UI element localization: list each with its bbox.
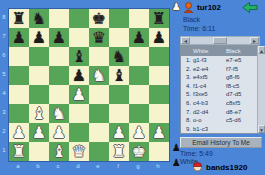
file-label-c: c: [48, 161, 68, 171]
piece-white-queen[interactable]: ♛: [69, 142, 89, 161]
square-d8[interactable]: [69, 9, 89, 28]
square-b7[interactable]: ♟: [29, 28, 49, 47]
rank-label-7: 7: [0, 27, 8, 46]
scroll-up-icon[interactable]: ▲: [258, 46, 265, 54]
rank-label-8: 8: [0, 8, 8, 27]
white-move-cell[interactable]: d2-d4: [191, 108, 224, 117]
square-c6[interactable]: [49, 47, 69, 66]
move-number: 1.: [181, 56, 191, 65]
black-move-cell[interactable]: g8-f6: [224, 73, 257, 82]
piece-white-pawn[interactable]: ♟: [9, 123, 29, 142]
black-move-cell[interactable]: c5-d6: [224, 116, 257, 125]
piece-black-pawn[interactable]: ♟: [69, 66, 89, 85]
move-row[interactable]: 6.c4-b3c8xf5: [181, 99, 257, 108]
rank-label-4: 4: [0, 84, 8, 103]
move-row[interactable]: 1.g1-f3e7-e5: [181, 56, 257, 65]
square-g4[interactable]: [129, 85, 149, 104]
square-h1[interactable]: [149, 142, 169, 161]
square-c7[interactable]: ♟: [49, 28, 69, 47]
move-row[interactable]: 9.b1-c3: [181, 125, 257, 133]
file-label-b: b: [28, 161, 48, 171]
white-move-cell[interactable]: f3xe5: [191, 90, 224, 99]
white-move-cell[interactable]: e4xf5: [191, 73, 224, 82]
piece-white-pawn[interactable]: ♟: [129, 123, 149, 142]
piece-white-knight[interactable]: ♞: [49, 104, 69, 123]
square-b2[interactable]: ♟: [29, 123, 49, 142]
player-top-name: tur102: [197, 3, 221, 12]
captured-white-pawn-icon: ♟: [172, 1, 181, 12]
square-f5[interactable]: ♝: [109, 66, 129, 85]
moves-list[interactable]: 1.g1-f3e7-e52.e2-e4f7-f53.e4xf5g8-f64.f1…: [181, 56, 257, 133]
square-g2[interactable]: ♟: [129, 123, 149, 142]
square-a5[interactable]: [9, 66, 29, 85]
move-number: 6.: [181, 99, 191, 108]
move-number: 9.: [181, 125, 191, 133]
white-move-cell[interactable]: b1-c3: [191, 125, 224, 133]
square-e1[interactable]: [89, 142, 109, 161]
square-c1[interactable]: ♝: [49, 142, 69, 161]
move-row[interactable]: 8.o-oc5-d6: [181, 116, 257, 125]
move-row[interactable]: 7.d2-d4d8-e7: [181, 108, 257, 117]
player-top-color-label: Black: [183, 16, 200, 23]
square-g7[interactable]: ♟: [129, 28, 149, 47]
black-move-cell[interactable]: f7-f5: [224, 65, 257, 74]
square-d4[interactable]: ♟: [69, 85, 89, 104]
square-a2[interactable]: ♟: [9, 123, 29, 142]
square-b8[interactable]: ♞: [29, 9, 49, 28]
email-history-button[interactable]: Email History To Me: [180, 137, 262, 148]
scroll-right-icon[interactable]: ►: [250, 37, 259, 44]
square-f4[interactable]: [109, 85, 129, 104]
square-h8[interactable]: ♜: [149, 9, 169, 28]
board-file-labels: abcdefgh: [8, 161, 168, 171]
move-row[interactable]: 5.f3xe5d7-d5: [181, 90, 257, 99]
square-e2[interactable]: [89, 123, 109, 142]
rank-label-2: 2: [0, 122, 8, 141]
scroll-left-icon[interactable]: ◄: [181, 37, 190, 44]
square-a7[interactable]: ♟: [9, 28, 29, 47]
piece-white-bishop[interactable]: ♝: [29, 104, 49, 123]
square-b3[interactable]: ♝: [29, 104, 49, 123]
piece-white-bishop[interactable]: ♝: [49, 142, 69, 161]
white-move-cell[interactable]: o-o: [191, 116, 224, 125]
chess-board: 87654321 ♜♞♚♜♟♟♟♛♟♟♝♞♟♞♝♟♝♞♟♟♟♟♟♟♜♝♛♜♚ a…: [0, 0, 170, 175]
square-b1[interactable]: [29, 142, 49, 161]
piece-white-pawn[interactable]: ♟: [149, 123, 169, 142]
piece-black-rook[interactable]: ♜: [9, 9, 29, 28]
file-label-e: e: [88, 161, 108, 171]
white-move-cell[interactable]: g1-f3: [191, 56, 224, 65]
square-c8[interactable]: [49, 9, 69, 28]
white-move-cell[interactable]: e2-e4: [191, 65, 224, 74]
captured-black-pawn-icon: ♟: [172, 142, 181, 153]
square-e8[interactable]: ♚: [89, 9, 109, 28]
square-h3[interactable]: [149, 104, 169, 123]
square-d6[interactable]: ♝: [69, 47, 89, 66]
file-label-g: g: [128, 161, 148, 171]
square-d3[interactable]: [69, 104, 89, 123]
move-number: 2.: [181, 65, 191, 74]
black-move-cell[interactable]: c8xf5: [224, 99, 257, 108]
black-move-cell[interactable]: e7-e5: [224, 56, 257, 65]
square-f1[interactable]: ♜: [109, 142, 129, 161]
move-number: 3.: [181, 73, 191, 82]
player-top: tur102: [183, 2, 221, 13]
piece-black-pawn[interactable]: ♟: [9, 28, 29, 47]
square-c3[interactable]: ♞: [49, 104, 69, 123]
piece-white-knight[interactable]: ♞: [89, 66, 109, 85]
square-f8[interactable]: [109, 9, 129, 28]
square-b5[interactable]: [29, 66, 49, 85]
captured-black-pawn-icon: ♟: [172, 157, 181, 168]
black-move-cell[interactable]: d8-e7: [224, 108, 257, 117]
square-g3[interactable]: [129, 104, 149, 123]
move-row[interactable]: 2.e2-e4f7-f5: [181, 65, 257, 74]
piece-black-pawn[interactable]: ♟: [29, 28, 49, 47]
square-e5[interactable]: ♞: [89, 66, 109, 85]
square-e7[interactable]: ♛: [89, 28, 109, 47]
square-c5[interactable]: [49, 66, 69, 85]
piece-white-pawn[interactable]: ♟: [69, 85, 89, 104]
square-h4[interactable]: [149, 85, 169, 104]
black-move-cell[interactable]: d7-d5: [224, 90, 257, 99]
piece-black-knight[interactable]: ♞: [109, 47, 129, 66]
square-d5[interactable]: ♟: [69, 66, 89, 85]
move-number: 4.: [181, 82, 191, 91]
player-bottom-time: Time: 5:49: [180, 150, 213, 157]
piece-black-queen[interactable]: ♛: [89, 28, 109, 47]
square-b6[interactable]: [29, 47, 49, 66]
moves-table: White Black 1.g1-f3e7-e52.e2-e4f7-f53.e4…: [180, 45, 260, 134]
file-label-h: h: [148, 161, 168, 171]
square-f3[interactable]: [109, 104, 129, 123]
piece-white-rook[interactable]: ♜: [9, 142, 29, 161]
scroll-down-icon[interactable]: ▼: [258, 125, 265, 133]
move-row[interactable]: 3.e4xf5g8-f6: [181, 73, 257, 82]
moves-vscrollbar[interactable]: ▲ ▼: [257, 46, 265, 133]
square-f7[interactable]: [109, 28, 129, 47]
player-bottom-name: bands1920: [206, 163, 247, 172]
piece-white-king[interactable]: ♚: [129, 142, 149, 161]
piece-black-king[interactable]: ♚: [89, 9, 109, 28]
square-h6[interactable]: [149, 47, 169, 66]
board-squares: ♜♞♚♜♟♟♟♛♟♟♝♞♟♞♝♟♝♞♟♟♟♟♟♟♜♝♛♜♚: [8, 8, 170, 162]
square-a8[interactable]: ♜: [9, 9, 29, 28]
piece-black-bishop[interactable]: ♝: [109, 66, 129, 85]
square-e6[interactable]: [89, 47, 109, 66]
square-g1[interactable]: ♚: [129, 142, 149, 161]
square-d2[interactable]: [69, 123, 89, 142]
square-c2[interactable]: ♟: [49, 123, 69, 142]
piece-black-pawn[interactable]: ♟: [149, 28, 169, 47]
piece-white-rook[interactable]: ♜: [109, 142, 129, 161]
square-e4[interactable]: [89, 85, 109, 104]
board-rank-labels: 87654321: [0, 8, 8, 160]
square-d1[interactable]: ♛: [69, 142, 89, 161]
turn-arrow-icon[interactable]: [242, 2, 258, 13]
rank-label-1: 1: [0, 141, 8, 160]
move-row[interactable]: 4.f1-c4f8-c5: [181, 82, 257, 91]
move-number: 5.: [181, 90, 191, 99]
square-e3[interactable]: [89, 104, 109, 123]
square-g8[interactable]: [129, 9, 149, 28]
col-header-white: White: [191, 46, 224, 56]
file-label-a: a: [8, 161, 28, 171]
square-c4[interactable]: [49, 85, 69, 104]
piece-black-pawn[interactable]: ♟: [49, 28, 69, 47]
square-h5[interactable]: [149, 66, 169, 85]
move-number: 8.: [181, 116, 191, 125]
move-number: 7.: [181, 108, 191, 117]
square-h7[interactable]: ♟: [149, 28, 169, 47]
player-bottom: bands1920: [192, 162, 247, 173]
file-label-f: f: [108, 161, 128, 171]
black-move-cell[interactable]: [224, 125, 257, 133]
black-move-cell[interactable]: f8-c5: [224, 82, 257, 91]
player-top-time: Time: 6:11: [183, 25, 215, 32]
player-top-avatar-icon: [183, 2, 194, 13]
square-h2[interactable]: ♟: [149, 123, 169, 142]
piece-white-pawn[interactable]: ♟: [29, 123, 49, 142]
piece-black-pawn[interactable]: ♟: [129, 28, 149, 47]
square-g6[interactable]: [129, 47, 149, 66]
square-f6[interactable]: ♞: [109, 47, 129, 66]
side-panel: ♟ tur102 Black Time: 6:11 ◄ ► White Blac…: [170, 0, 265, 175]
piece-black-rook[interactable]: ♜: [149, 9, 169, 28]
rank-label-5: 5: [0, 65, 8, 84]
square-d7[interactable]: [69, 28, 89, 47]
file-label-d: d: [68, 161, 88, 171]
square-b4[interactable]: [29, 85, 49, 104]
white-move-cell[interactable]: c4-b3: [191, 99, 224, 108]
rank-label-3: 3: [0, 103, 8, 122]
player-bottom-avatar-icon: [192, 162, 203, 173]
col-header-black: Black: [224, 46, 257, 56]
moves-hscrollbar[interactable]: ◄ ►: [180, 36, 260, 45]
square-a1[interactable]: ♜: [9, 142, 29, 161]
piece-black-bishop[interactable]: ♝: [69, 47, 89, 66]
hscroll-thumb[interactable]: [213, 37, 227, 44]
rank-label-6: 6: [0, 46, 8, 65]
square-a4[interactable]: [9, 85, 29, 104]
square-a3[interactable]: [9, 104, 29, 123]
moves-table-header: White Black: [181, 46, 257, 56]
square-g5[interactable]: [129, 66, 149, 85]
piece-black-knight[interactable]: ♞: [29, 9, 49, 28]
square-a6[interactable]: [9, 47, 29, 66]
piece-white-pawn[interactable]: ♟: [49, 123, 69, 142]
square-f2[interactable]: ♟: [109, 123, 129, 142]
piece-white-pawn[interactable]: ♟: [109, 123, 129, 142]
white-move-cell[interactable]: f1-c4: [191, 82, 224, 91]
